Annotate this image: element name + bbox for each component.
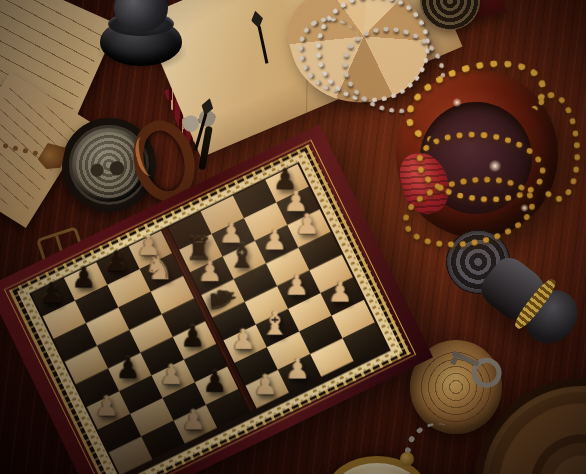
white-knight-d7: ♞ [144,251,174,284]
board-border-cream-scroll: ♟♟♟♟♞♟♟♟♟♟♟ ♟♜♟♟♟♝♟♟♞♟♟♝♟♟♟ [17,151,403,474]
black-pawn-b8: ♟ [71,264,96,292]
black-knight-e5-fallen: ♞ [206,283,241,315]
board-inner-line: ♟♟♟♟♞♟♟♟♟♟♟ ♟♜♟♟♟♝♟♟♞♟♟♝♟♟♟ [29,162,391,474]
white-pawn-e3: ♟ [231,326,256,354]
chain-glint [520,204,529,212]
clock-hand-stem [194,113,207,150]
square-e5: ♞ [201,279,244,317]
white-pawn-a3: ♟ [94,393,119,421]
board-gold-pinstripe: ♟♟♟♟♞♟♟♟♟♟♟ ♟♜♟♟♟♝♟♟♞♟♟♝♟♟♟ [4,139,416,474]
white-pawn-e6: ♟ [198,258,223,286]
chain-glint [488,160,502,172]
key-tooth [450,356,458,365]
chain-glint [452,98,462,107]
white-pawn-f1: ♟ [285,355,310,383]
gold-watch-knob [400,452,414,466]
black-pawn-d4: ♟ [180,323,205,351]
board-border-black-gold: ♟♟♟♟♞♟♟♟♟♟♟ ♟♜♟♟♟♝♟♟♞♟♟♝♟♟♟ [9,144,412,474]
playing-area: ♟♟♟♟♞♟♟♟♟♟♟ ♟♜♟♟♟♝♟♟♞♟♟♝♟♟♟ [32,164,386,474]
scene: ♟♟♟♟♞♟♟♟♟♟♟ ♟♜♟♟♟♝♟♟♞♟♟♝♟♟♟ [0,0,586,474]
large-black-chess-piece [92,0,188,76]
white-pawn-h3: ♟ [328,279,353,307]
black-pawn-a8: ♟ [39,279,64,307]
white-pawn-g4: ♟ [284,272,309,300]
black-pawn-d2: ♟ [202,368,227,396]
black-pawn-b4: ♟ [115,354,140,382]
white-pawn-e1: ♟ [253,371,278,399]
white-pawn-g6: ♟ [262,226,287,254]
white-pawn-h6: ♟ [295,211,320,239]
white-pawn-c1: ♟ [181,406,206,434]
clock-hand-stem [258,26,269,64]
black-pawn-c8: ♟ [104,248,129,276]
white-pawn-c3: ♟ [159,361,184,389]
black-bishop-f6: ♝ [227,239,257,272]
white-bishop-f3: ♝ [260,307,290,340]
